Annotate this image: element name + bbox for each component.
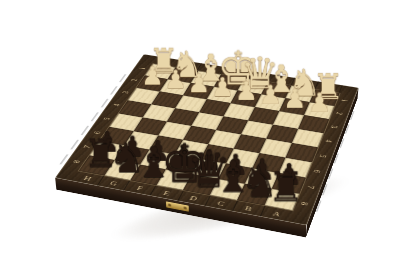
square-f3: [175, 95, 207, 112]
chess-board: HGFEDCBA HGFEDCBA 12345678 12345678 ♜♞♝♚…: [55, 54, 358, 225]
product-photo: HGFEDCBA HGFEDCBA 12345678 12345678 ♜♞♝♚…: [0, 0, 420, 259]
square-b8: ♞: [237, 184, 272, 205]
square-b4: [266, 125, 298, 143]
square-c3: [248, 107, 279, 124]
brass-clasp-icon: [166, 201, 189, 211]
square-b7: ♟: [245, 168, 279, 189]
square-b6: [252, 153, 285, 173]
